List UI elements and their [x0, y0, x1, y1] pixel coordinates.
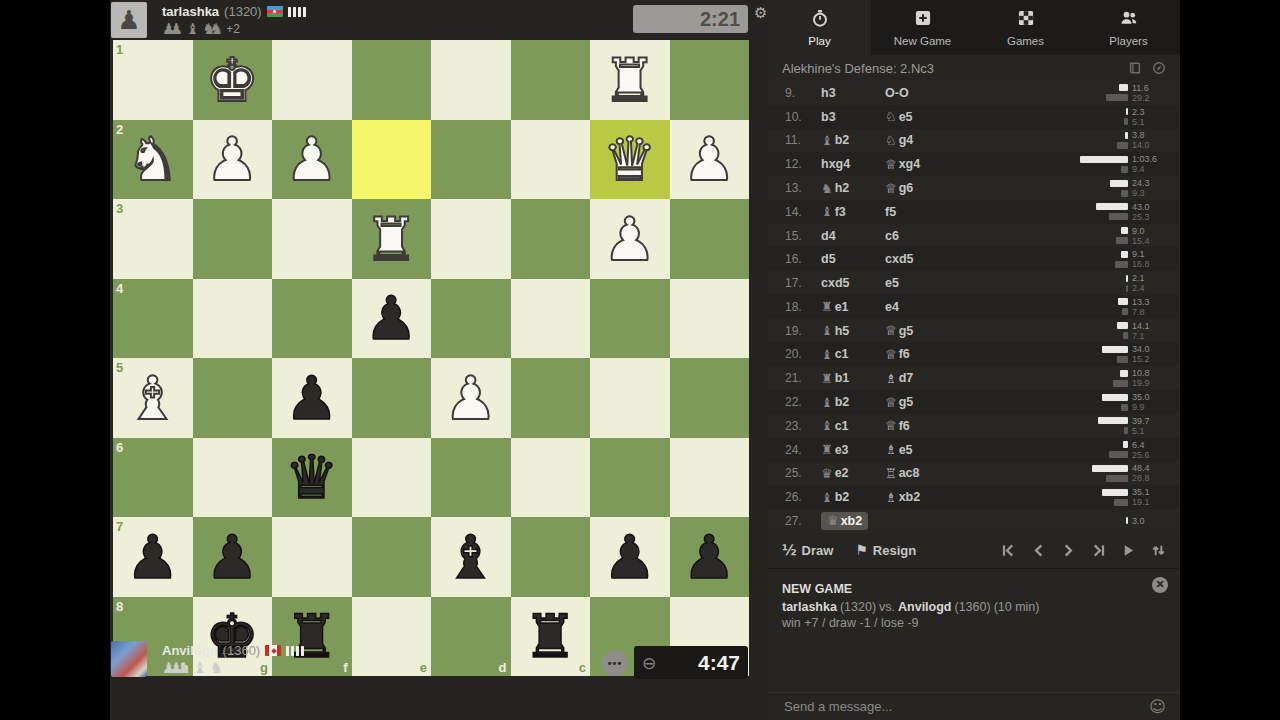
square-c5[interactable] — [511, 358, 591, 438]
black-rook-f8[interactable]: ♜ — [272, 597, 352, 677]
move-row: 18. ♜e1 e4 13.37.8 — [768, 295, 1180, 319]
black-pawn-f5[interactable]: ♟ — [272, 358, 352, 438]
rank-label: 8 — [116, 599, 123, 614]
white-queen-b2[interactable]: ♛ — [590, 120, 670, 200]
white-move-time: 39.7 — [1128, 416, 1168, 426]
stopwatch-icon — [810, 8, 830, 32]
move-number: 15. — [768, 229, 821, 243]
move-row: 24. ♜e3 ♗e5 6.425.6 — [768, 438, 1180, 462]
black-Q-move-icon: ♕ — [885, 396, 897, 409]
black-move-time: 9.9 — [1128, 402, 1168, 412]
black-pawn-e4[interactable]: ♟ — [352, 279, 432, 359]
captured-pawn-icons: ♟♟♟ — [162, 659, 184, 677]
square-f3[interactable] — [272, 199, 352, 279]
white-rook-e3[interactable]: ♜ — [352, 199, 432, 279]
square-e6[interactable] — [352, 438, 432, 518]
white-move-time: 3.8 — [1128, 130, 1168, 140]
top-player-rating: (1320) — [224, 4, 262, 19]
move-number: 16. — [768, 252, 821, 266]
white-pawn-b3[interactable]: ♟ — [590, 199, 670, 279]
move-number: 19. — [768, 324, 821, 338]
top-player-bar: ♟ tarlashka (1320) ♟♟♝♞♞+2 2:21 ⚙ — [110, 0, 768, 40]
move-row: 14. ♝f3 f5 43.025.3 — [768, 200, 1180, 224]
white-move-time: 24.3 — [1128, 178, 1168, 188]
black-time-bar — [1113, 380, 1128, 387]
new-game-matchup: tarlashka(1320)vs.Anvilogd(1360)(10 min) — [782, 600, 1166, 614]
white-move-time: 14.1 — [1128, 321, 1168, 331]
square-b4[interactable] — [590, 279, 670, 359]
square-e5[interactable] — [352, 358, 432, 438]
black-time-bar — [1106, 94, 1128, 101]
move-number: 14. — [768, 205, 821, 219]
players-icon — [1119, 8, 1139, 32]
square-b5[interactable] — [590, 358, 670, 438]
white-move-time: 13.3 — [1128, 297, 1168, 307]
square-f4[interactable] — [272, 279, 352, 359]
black-move-time: 25.6 — [1128, 450, 1168, 460]
game-area: ♟ tarlashka (1320) ♟♟♝♞♞+2 2:21 ⚙ 1♚♜2♞♟… — [110, 0, 768, 720]
black-move[interactable]: e5 — [885, 276, 995, 290]
flip-board-button[interactable] — [1151, 543, 1166, 558]
rank-label: 6 — [116, 440, 123, 455]
top-player-avatar[interactable]: ♟ — [111, 2, 147, 38]
square-d1[interactable] — [431, 40, 511, 120]
move-row: 19. ♝h5 ♕g5 14.17.1 — [768, 319, 1180, 343]
square-e2[interactable] — [352, 120, 432, 200]
square-e8[interactable]: e — [352, 597, 432, 677]
white-time-bar — [1117, 322, 1128, 329]
square-c6[interactable] — [511, 438, 591, 518]
black-move-time: 29.2 — [1128, 93, 1168, 103]
square-d5[interactable]: ♟ — [431, 358, 511, 438]
black-N-move-icon: ♘ — [885, 134, 897, 147]
bottom-player-clock: ⊖ 4:47 — [634, 646, 748, 679]
white-bishop-h5[interactable]: ♝ — [113, 358, 193, 438]
square-a3[interactable] — [670, 199, 750, 279]
white-move[interactable]: ♜e3 — [821, 443, 885, 457]
black-move[interactable]: ♕f6 — [885, 419, 995, 433]
square-e4[interactable]: ♟ — [352, 279, 432, 359]
black-Q-move-icon: ♕ — [885, 348, 897, 361]
chat-input-row: ☺ — [768, 692, 1180, 720]
autoplay-button[interactable] — [1121, 543, 1136, 558]
black-move[interactable]: e4 — [885, 300, 995, 314]
square-g2[interactable]: ♟ — [193, 120, 273, 200]
square-f8[interactable]: f♜ — [272, 597, 352, 677]
square-b2[interactable]: ♛ — [590, 120, 670, 200]
tab-play[interactable]: Play — [768, 0, 871, 55]
black-move-time: 25.3 — [1128, 212, 1168, 222]
move-number: 26. — [768, 490, 821, 504]
resign-flag-icon: ⚑ — [855, 542, 868, 558]
move-time-bars: 39.75.1 — [1098, 417, 1180, 435]
white-Q-move-icon: ♛ — [821, 467, 833, 480]
move-row: 22. ♝b2 ♕g5 35.09.9 — [768, 390, 1180, 414]
white-B-move-icon: ♝ — [821, 348, 833, 361]
black-move-time: 2.4 — [1128, 283, 1168, 293]
move-time-bars: 43.025.3 — [1096, 203, 1180, 221]
move-number: 13. — [768, 181, 821, 195]
move-time-bars: 13.37.8 — [1118, 298, 1180, 316]
square-h7[interactable]: 7♟ — [113, 517, 193, 597]
square-g3[interactable] — [193, 199, 273, 279]
black-move-time: 19.1 — [1128, 497, 1168, 507]
square-h3[interactable]: 3 — [113, 199, 193, 279]
sidebar-panel: Play New Game Games Players Alekhine's D… — [768, 0, 1180, 720]
square-g7[interactable]: ♟ — [193, 517, 273, 597]
move-number: 12. — [768, 157, 821, 171]
tab-games[interactable]: Games — [974, 0, 1077, 55]
black-move-time: 5.1 — [1128, 426, 1168, 436]
square-f2[interactable]: ♟ — [272, 120, 352, 200]
move-list: 9. h3 O-O 11.629.2 10. b3 ♘e5 2.35.1 11.… — [768, 81, 1180, 533]
captured-knight-icons: ♞ — [210, 659, 217, 677]
black-bishop-d7[interactable]: ♝ — [431, 517, 511, 597]
chess-board[interactable]: 1♚♜2♞♟♟♛♟3♜♟4♟5♝♟♟6♛7♟♟♝♟♟8hg♚f♜edc♜ba — [113, 40, 749, 676]
white-time-bar — [1110, 180, 1128, 187]
nav-last-button[interactable] — [1091, 543, 1106, 558]
move-row: 26. ♝b2 ♗xb2 35.119.1 — [768, 485, 1180, 509]
rank-label: 1 — [116, 42, 123, 57]
black-move-time: 19.9 — [1128, 378, 1168, 388]
chess-app: ♟ tarlashka (1320) ♟♟♝♞♞+2 2:21 ⚙ 1♚♜2♞♟… — [0, 0, 1280, 720]
canada-flag-icon — [265, 645, 281, 656]
white-R-move-icon: ♜ — [821, 300, 833, 313]
black-move-time: 9.4 — [1128, 164, 1168, 174]
black-time-bar — [1116, 237, 1128, 244]
square-a5[interactable] — [670, 358, 750, 438]
white-move[interactable]: ♝h5 — [821, 324, 885, 338]
move-number: 22. — [768, 395, 821, 409]
white-move[interactable]: ♛xb2 — [821, 512, 885, 530]
white-king-g1[interactable]: ♚ — [193, 40, 273, 120]
top-captured-tray: ♟♟♝♞♞+2 — [162, 20, 240, 38]
square-h6[interactable]: 6 — [113, 438, 193, 518]
square-d3[interactable] — [431, 199, 511, 279]
signal-bars-icon — [286, 646, 304, 656]
move-row: 23. ♝c1 ♕f6 39.75.1 — [768, 414, 1180, 438]
black-move[interactable]: f5 — [885, 205, 995, 219]
square-a6[interactable] — [670, 438, 750, 518]
nav-forward-button[interactable] — [1061, 543, 1076, 558]
move-row: 25. ♛e2 ♖ac8 48.428.8 — [768, 462, 1180, 486]
draw-button[interactable]: ½ Draw — [782, 542, 833, 558]
white-move-time: 6.4 — [1128, 440, 1168, 450]
white-time-bar — [1121, 251, 1128, 258]
nav-back-button[interactable] — [1031, 543, 1046, 558]
white-move[interactable]: ♝b2 — [821, 490, 885, 504]
black-move[interactable]: O-O — [885, 86, 995, 100]
square-h2[interactable]: 2♞ — [113, 120, 193, 200]
nav-first-button[interactable] — [1001, 543, 1016, 558]
game-controls: ½ Draw ⚑ Resign — [768, 533, 1180, 568]
black-move[interactable]: ♕g6 — [885, 181, 995, 195]
bottom-captured-tray: ♟♟♟♝♞ — [162, 659, 226, 677]
square-h4[interactable]: 4 — [113, 279, 193, 359]
black-pawn-a7[interactable]: ♟ — [670, 517, 750, 597]
move-row: 15. d4 c6 9.015.4 — [768, 224, 1180, 248]
move-time-bars: 9.015.4 — [1116, 227, 1180, 245]
move-time-bars: 2.35.1 — [1124, 108, 1180, 126]
pawn-avatar-icon: ♟ — [117, 5, 140, 35]
white-move-time: 9.1 — [1128, 249, 1168, 259]
white-move[interactable]: hxg4 — [821, 157, 885, 171]
white-move[interactable]: cxd5 — [821, 276, 885, 290]
white-time-bar — [1102, 394, 1128, 401]
square-d2[interactable] — [431, 120, 511, 200]
move-row: 10. b3 ♘e5 2.35.1 — [768, 105, 1180, 129]
square-b3[interactable]: ♟ — [590, 199, 670, 279]
black-pawn-g7[interactable]: ♟ — [193, 517, 273, 597]
white-knight-h2[interactable]: ♞ — [113, 120, 193, 200]
file-label: d — [499, 660, 507, 675]
bottom-player-name[interactable]: Anvilogd — [162, 643, 218, 658]
black-B-move-icon: ♗ — [885, 491, 897, 504]
move-row: 17. cxd5 e5 2.12.4 — [768, 271, 1180, 295]
move-time-bars: 35.09.9 — [1102, 393, 1180, 411]
move-time-bars: 48.428.8 — [1092, 464, 1180, 482]
square-e3[interactable]: ♜ — [352, 199, 432, 279]
opening-row: Alekhine's Defense: 2.Nc3 — [768, 55, 1180, 81]
move-number: 10. — [768, 110, 821, 124]
move-time-bars: 14.17.1 — [1117, 322, 1180, 340]
white-pawn-g2[interactable]: ♟ — [193, 120, 273, 200]
captured-bishop-icons: ♝ — [186, 20, 193, 38]
white-move-time: 1:03.6 — [1128, 154, 1168, 164]
dismiss-message-icon[interactable]: ✕ — [1152, 577, 1168, 593]
white-time-bar — [1118, 298, 1128, 305]
square-f1[interactable] — [272, 40, 352, 120]
white-rook-b1[interactable]: ♜ — [590, 40, 670, 120]
black-time-bar — [1109, 451, 1128, 458]
move-number: 20. — [768, 347, 821, 361]
white-move[interactable]: ♝f3 — [821, 205, 885, 219]
file-label: e — [420, 660, 427, 675]
white-move[interactable]: ♜e1 — [821, 300, 885, 314]
square-a1[interactable] — [670, 40, 750, 120]
white-pawn-a2[interactable]: ♟ — [670, 120, 750, 200]
white-move-time: 10.8 — [1128, 368, 1168, 378]
black-pawn-h7[interactable]: ♟ — [113, 517, 193, 597]
emoji-smiley-icon[interactable]: ☺ — [1149, 697, 1166, 716]
black-move[interactable]: ♘e5 — [885, 110, 995, 124]
black-move[interactable]: ♘g4 — [885, 133, 995, 147]
square-c7[interactable] — [511, 517, 591, 597]
move-row: 11. ♝b2 ♘g4 3.814.0 — [768, 129, 1180, 153]
white-B-move-icon: ♝ — [821, 205, 833, 218]
square-g5[interactable] — [193, 358, 273, 438]
opening-name: Alekhine's Defense: 2.Nc3 — [782, 61, 934, 76]
white-move-time: 35.0 — [1128, 392, 1168, 402]
square-a7[interactable]: ♟ — [670, 517, 750, 597]
tab-players[interactable]: Players — [1077, 0, 1180, 55]
white-B-move-icon: ♝ — [821, 324, 833, 337]
move-time-bars: 3.0 — [1126, 517, 1180, 525]
white-time-bar — [1080, 156, 1128, 163]
square-d8[interactable]: d — [431, 597, 511, 677]
square-c1[interactable] — [511, 40, 591, 120]
square-d6[interactable] — [431, 438, 511, 518]
square-b1[interactable]: ♜ — [590, 40, 670, 120]
move-row: 21. ♜b1 ♗d7 10.819.9 — [768, 366, 1180, 390]
black-queen-f6[interactable]: ♛ — [272, 438, 352, 518]
white-R-move-icon: ♜ — [821, 372, 833, 385]
white-move-time: 35.1 — [1128, 487, 1168, 497]
black-move[interactable]: ♕f6 — [885, 347, 995, 361]
black-move[interactable]: c6 — [885, 229, 995, 243]
bottom-player-rating: (1360) — [223, 643, 261, 658]
move-row: 12. hxg4 ♕xg4 1:03.69.4 — [768, 152, 1180, 176]
bottom-player-avatar[interactable] — [111, 641, 147, 677]
white-move[interactable]: ♝b2 — [821, 133, 885, 147]
square-f7[interactable] — [272, 517, 352, 597]
square-c4[interactable] — [511, 279, 591, 359]
square-h1[interactable]: 1 — [113, 40, 193, 120]
plus-square-icon — [913, 8, 933, 32]
white-move-time: 3.0 — [1128, 516, 1168, 526]
black-N-move-icon: ♘ — [885, 110, 897, 123]
white-B-move-icon: ♝ — [821, 491, 833, 504]
signal-bars-icon — [288, 7, 306, 17]
square-c3[interactable] — [511, 199, 591, 279]
square-b7[interactable]: ♟ — [590, 517, 670, 597]
black-move[interactable]: cxd5 — [885, 252, 995, 266]
settings-gear-icon[interactable]: ⚙ — [754, 4, 767, 22]
black-time-bar — [1106, 475, 1128, 482]
black-move[interactable]: ♕xg4 — [885, 157, 995, 171]
square-g1[interactable]: ♚ — [193, 40, 273, 120]
white-move[interactable]: h3 — [821, 86, 885, 100]
square-a4[interactable] — [670, 279, 750, 359]
black-time-bar — [1121, 404, 1128, 411]
white-move[interactable]: ♜b1 — [821, 371, 885, 385]
new-game-title: NEW GAME — [782, 582, 1166, 596]
square-d4[interactable] — [431, 279, 511, 359]
chat-message-input[interactable] — [782, 698, 1141, 715]
chat-bubble-icon[interactable]: ••• — [602, 650, 628, 676]
explorer-compass-icon[interactable] — [1152, 61, 1166, 75]
black-Q-move-icon: ♕ — [885, 158, 897, 171]
move-row: 16. d5 cxd5 9.116.8 — [768, 247, 1180, 271]
move-number: 9. — [768, 86, 821, 100]
rank-label: 4 — [116, 281, 123, 296]
white-move[interactable]: ♛e2 — [821, 466, 885, 480]
white-time-bar — [1092, 465, 1128, 472]
white-move[interactable]: b3 — [821, 110, 885, 124]
white-move-time: 48.4 — [1128, 463, 1168, 473]
black-move-time: 9.3 — [1128, 188, 1168, 198]
top-player-name[interactable]: tarlashka — [162, 4, 219, 19]
captured-bishop-icons: ♝ — [193, 659, 200, 677]
black-move[interactable]: ♗xb2 — [885, 490, 995, 504]
white-time-bar — [1119, 84, 1128, 91]
square-h5[interactable]: 5♝ — [113, 358, 193, 438]
white-pawn-f2[interactable]: ♟ — [272, 120, 352, 200]
black-R-move-icon: ♖ — [885, 467, 897, 480]
top-player-clock: 2:21 — [633, 5, 748, 33]
new-game-terms: win +7 / draw -1 / lose -9 — [782, 616, 1166, 630]
move-number: 27. — [768, 514, 821, 528]
move-time-bars: 2.12.4 — [1126, 274, 1180, 292]
checkerboard-icon — [1016, 8, 1036, 32]
black-time-bar — [1121, 190, 1128, 197]
black-move-time: 5.1 — [1128, 117, 1168, 127]
black-time-bar — [1115, 261, 1128, 268]
square-f5[interactable]: ♟ — [272, 358, 352, 438]
black-move[interactable]: ♕g5 — [885, 324, 995, 338]
white-move[interactable]: ♝c1 — [821, 347, 885, 361]
move-number: 17. — [768, 276, 821, 290]
white-time-bar — [1121, 227, 1128, 234]
white-pawn-d5[interactable]: ♟ — [431, 358, 511, 438]
white-time-bar — [1096, 203, 1128, 210]
black-move[interactable]: ♗d7 — [885, 371, 995, 385]
white-move[interactable]: ♝b2 — [821, 395, 885, 409]
black-rook-c8[interactable]: ♜ — [511, 597, 591, 677]
white-move[interactable]: d4 — [821, 229, 885, 243]
black-move-time: 28.8 — [1128, 473, 1168, 483]
move-time-bars: 24.39.3 — [1110, 179, 1180, 197]
black-move-time: 7.1 — [1128, 331, 1168, 341]
square-e1[interactable] — [352, 40, 432, 120]
black-move[interactable]: ♖ac8 — [885, 466, 995, 480]
black-move[interactable]: ♗e5 — [885, 443, 995, 457]
move-time-bars: 3.814.0 — [1117, 131, 1180, 149]
tab-new-game[interactable]: New Game — [871, 0, 974, 55]
square-c2[interactable] — [511, 120, 591, 200]
clock-paused-icon: ⊖ — [642, 653, 656, 673]
square-c8[interactable]: c♜ — [511, 597, 591, 677]
black-pawn-b7[interactable]: ♟ — [590, 517, 670, 597]
move-time-bars: 1:03.69.4 — [1080, 155, 1180, 173]
square-e7[interactable] — [352, 517, 432, 597]
rank-label: 3 — [116, 201, 123, 216]
white-move-time: 2.1 — [1128, 273, 1168, 283]
white-move[interactable]: d5 — [821, 252, 885, 266]
black-Q-move-icon: ♕ — [885, 324, 897, 337]
square-a2[interactable]: ♟ — [670, 120, 750, 200]
black-move-time: 15.4 — [1128, 236, 1168, 246]
square-b6[interactable] — [590, 438, 670, 518]
move-time-bars: 10.819.9 — [1113, 369, 1180, 387]
white-move-time: 11.6 — [1128, 83, 1168, 93]
resign-button[interactable]: ⚑ Resign — [855, 542, 916, 558]
white-R-move-icon: ♜ — [821, 443, 833, 456]
white-move-time: 9.0 — [1128, 226, 1168, 236]
move-row: 13. ♞h2 ♕g6 24.39.3 — [768, 176, 1180, 200]
white-move[interactable]: ♝c1 — [821, 419, 885, 433]
black-move[interactable]: ♕g5 — [885, 395, 995, 409]
black-time-bar — [1117, 356, 1128, 363]
square-d7[interactable]: ♝ — [431, 517, 511, 597]
square-g4[interactable] — [193, 279, 273, 359]
square-f6[interactable]: ♛ — [272, 438, 352, 518]
white-move-time: 2.3 — [1128, 107, 1168, 117]
square-g6[interactable] — [193, 438, 273, 518]
material-score: +2 — [226, 22, 240, 36]
black-time-bar — [1117, 142, 1128, 149]
white-B-move-icon: ♝ — [821, 419, 833, 432]
white-time-bar — [1098, 417, 1128, 424]
white-move-time: 34.0 — [1128, 344, 1168, 354]
move-row: 27. ♛xb2 3.0 — [768, 509, 1180, 533]
white-B-move-icon: ♝ — [821, 396, 833, 409]
opening-book-icon[interactable] — [1128, 61, 1142, 75]
move-number: 11. — [768, 133, 821, 147]
new-game-section: NEW GAME tarlashka(1320)vs.Anvilogd(1360… — [768, 568, 1180, 638]
white-move[interactable]: ♞h2 — [821, 181, 885, 195]
white-Q-move-icon: ♛ — [827, 514, 839, 527]
